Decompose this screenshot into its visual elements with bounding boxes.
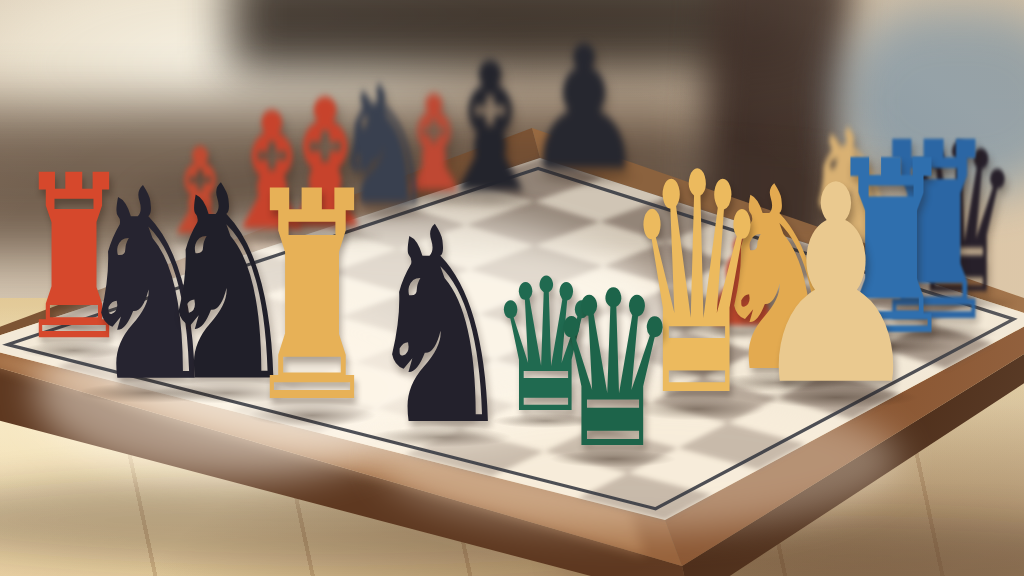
chessboard [0, 0, 1024, 576]
photo-scene: ♝♝♝♞♝♝♟♞♜♞♞♜♞♛♛♛♟♞♟♜♜♛ [0, 0, 1024, 576]
